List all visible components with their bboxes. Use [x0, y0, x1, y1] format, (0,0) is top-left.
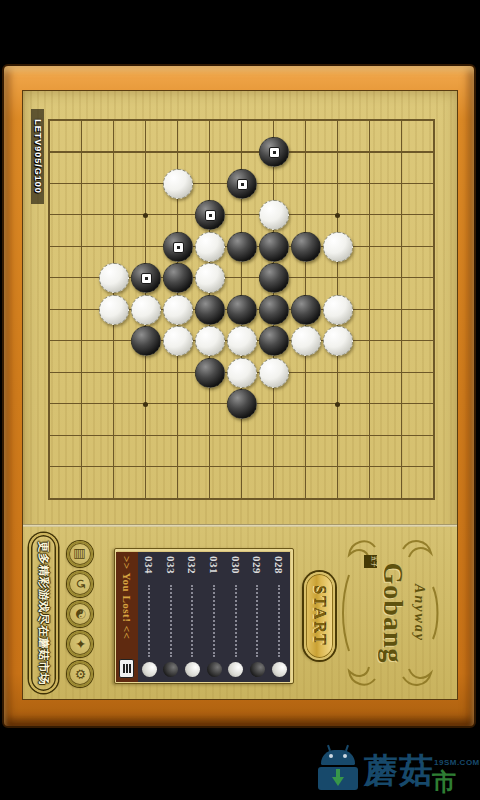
- dotted-leader: [256, 585, 258, 657]
- logo-seal: 五子: [364, 555, 377, 568]
- white-stone: [323, 326, 353, 356]
- goban-board[interactable]: LETV905/G100: [23, 91, 457, 524]
- white-stone: [323, 232, 353, 262]
- history-row: 032: [182, 552, 204, 682]
- white-stone: [291, 326, 321, 356]
- logo-anyway: Anyway: [411, 527, 427, 699]
- move-number: 029: [251, 556, 263, 580]
- history-row: 028: [268, 552, 290, 682]
- bubble-icon[interactable]: ☯: [67, 601, 93, 627]
- move-history-panel[interactable]: 028029030031032033034 >> You Lost! <<: [114, 548, 294, 684]
- white-stone-icon: [185, 662, 200, 677]
- black-stone: [163, 263, 193, 293]
- history-row: 030: [225, 552, 247, 682]
- white-stone: [131, 295, 161, 325]
- black-stone: [259, 326, 289, 356]
- move-number: 030: [230, 556, 242, 580]
- move-number: 032: [186, 556, 198, 580]
- black-stone: [195, 200, 225, 230]
- move-number: 034: [143, 556, 155, 580]
- black-stone: [227, 389, 257, 419]
- winning-line-marker: [269, 147, 280, 158]
- star-point: [143, 213, 148, 218]
- black-stone: [163, 232, 193, 262]
- undo-icon[interactable]: ↺: [67, 571, 93, 597]
- move-number: 033: [165, 556, 177, 580]
- list-icon[interactable]: ▤: [67, 541, 93, 567]
- black-stone: [131, 326, 161, 356]
- black-stone: [259, 263, 289, 293]
- black-stone: [227, 295, 257, 325]
- black-stone: [227, 232, 257, 262]
- result-bar: >> You Lost! <<: [116, 552, 138, 682]
- black-stone-icon: [163, 662, 178, 677]
- dotted-leader: [278, 585, 280, 657]
- move-number: 031: [208, 556, 220, 580]
- white-stone-icon: [142, 662, 157, 677]
- white-stone: [227, 326, 257, 356]
- winning-line-marker: [205, 210, 216, 221]
- gear-icon[interactable]: ⚙: [67, 661, 93, 687]
- scroll-handle-icon[interactable]: [120, 659, 135, 678]
- start-button[interactable]: START: [304, 572, 335, 660]
- more-games-button[interactable]: 更多精彩游戏尽在蘑菇市场: [29, 533, 58, 693]
- white-stone-icon: [228, 662, 243, 677]
- black-stone: [195, 295, 225, 325]
- black-stone: [131, 263, 161, 293]
- dotted-leader: [235, 585, 237, 657]
- black-stone: [195, 358, 225, 388]
- dotted-leader: [148, 585, 150, 657]
- black-stone: [291, 295, 321, 325]
- white-stone: [259, 358, 289, 388]
- history-row: 034: [138, 552, 160, 682]
- star-point: [335, 213, 340, 218]
- white-stone: [163, 326, 193, 356]
- white-stone-icon: [272, 662, 287, 677]
- white-stone: [195, 232, 225, 262]
- white-stone: [195, 326, 225, 356]
- screen: LETV905/G100: [0, 0, 480, 800]
- black-stone: [259, 137, 289, 167]
- move-number: 028: [273, 556, 285, 580]
- white-stone: [163, 169, 193, 199]
- white-stone: [99, 295, 129, 325]
- white-stone: [99, 263, 129, 293]
- board-grid[interactable]: [49, 120, 434, 499]
- winning-line-marker: [141, 273, 152, 284]
- mushroom-robot-icon: [318, 750, 358, 790]
- black-stone: [291, 232, 321, 262]
- result-text: >> You Lost! <<: [121, 556, 133, 659]
- white-stone: [259, 200, 289, 230]
- dotted-leader: [191, 585, 193, 657]
- logo-gobang: Gobang: [377, 527, 409, 699]
- app-inner: LETV905/G100: [22, 90, 458, 700]
- dotted-leader: [213, 585, 215, 657]
- star-point: [143, 402, 148, 407]
- black-stone: [227, 169, 257, 199]
- device-watermark: LETV905/G100: [31, 109, 44, 204]
- wooden-frame: LETV905/G100: [2, 64, 476, 728]
- history-row: 029: [247, 552, 269, 682]
- toolbar: ▤↺☯✦⚙: [65, 527, 93, 699]
- history-row: 033: [160, 552, 182, 682]
- white-stone: [227, 358, 257, 388]
- dotted-leader: [170, 585, 172, 657]
- brand-text-green: 市场: [432, 766, 480, 800]
- winning-line-marker: [173, 242, 184, 253]
- history-row: 031: [203, 552, 225, 682]
- white-stone: [323, 295, 353, 325]
- hand-icon[interactable]: ✦: [67, 631, 93, 657]
- black-stone-icon: [207, 662, 222, 677]
- market-watermark: 蘑菇 19SM.COM 市场: [318, 742, 480, 794]
- white-stone: [163, 295, 193, 325]
- control-panel: Anyway Gobang 五子 START 02802903003103203…: [23, 527, 457, 699]
- move-history-list[interactable]: 028029030031032033034: [138, 552, 290, 682]
- black-stone-icon: [250, 662, 265, 677]
- brand-text-blue: 蘑菇: [364, 748, 434, 792]
- game-logo: Anyway Gobang 五子: [333, 527, 441, 699]
- white-stone: [195, 263, 225, 293]
- star-point: [335, 402, 340, 407]
- black-stone: [259, 232, 289, 262]
- black-stone: [259, 295, 289, 325]
- winning-line-marker: [237, 179, 248, 190]
